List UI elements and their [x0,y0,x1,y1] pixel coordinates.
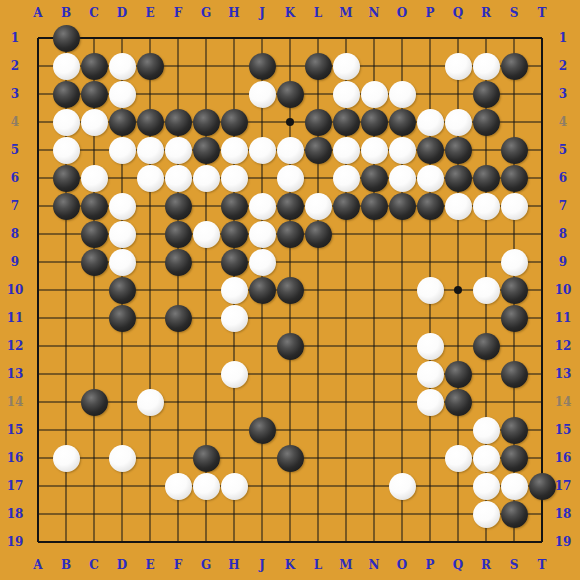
black-stone-D4[interactable] [109,109,136,136]
white-stone-P6[interactable] [417,165,444,192]
black-stone-G4[interactable] [193,109,220,136]
star-point [286,118,294,126]
white-stone-M2[interactable] [333,53,360,80]
black-stone-S18[interactable] [501,501,528,528]
left-row-label-17: 17 [1,477,29,495]
top-col-label-T: T [528,4,556,22]
right-row-label-18: 18 [549,505,577,523]
right-row-label-8: 8 [549,225,577,243]
black-stone-C7[interactable] [81,193,108,220]
left-row-label-6: 6 [1,169,29,187]
white-stone-M3[interactable] [333,81,360,108]
right-row-label-9: 9 [549,253,577,271]
black-stone-N6[interactable] [361,165,388,192]
right-row-label-7: 7 [549,197,577,215]
white-stone-B2[interactable] [53,53,80,80]
white-stone-N5[interactable] [361,137,388,164]
white-stone-D7[interactable] [109,193,136,220]
black-stone-P5[interactable] [417,137,444,164]
white-stone-H5[interactable] [221,137,248,164]
white-stone-S9[interactable] [501,249,528,276]
black-stone-H7[interactable] [221,193,248,220]
black-stone-R12[interactable] [473,333,500,360]
bottom-col-label-T: T [528,556,556,574]
black-stone-R6[interactable] [473,165,500,192]
top-col-label-E: E [136,4,164,22]
white-stone-H11[interactable] [221,305,248,332]
right-row-label-16: 16 [549,449,577,467]
top-col-label-F: F [164,4,192,22]
white-stone-E14[interactable] [137,389,164,416]
white-stone-D8[interactable] [109,221,136,248]
white-stone-B16[interactable] [53,445,80,472]
black-stone-C14[interactable] [81,389,108,416]
black-stone-D11[interactable] [109,305,136,332]
white-stone-C6[interactable] [81,165,108,192]
bottom-col-label-O: O [388,556,416,574]
black-stone-K7[interactable] [277,193,304,220]
right-row-label-6: 6 [549,169,577,187]
black-stone-M4[interactable] [333,109,360,136]
black-stone-E4[interactable] [137,109,164,136]
bottom-col-label-F: F [164,556,192,574]
bottom-col-label-H: H [220,556,248,574]
white-stone-J8[interactable] [249,221,276,248]
black-stone-L5[interactable] [305,137,332,164]
top-col-label-L: L [304,4,332,22]
black-stone-C9[interactable] [81,249,108,276]
white-stone-J3[interactable] [249,81,276,108]
black-stone-K12[interactable] [277,333,304,360]
white-stone-D16[interactable] [109,445,136,472]
left-row-label-7: 7 [1,197,29,215]
white-stone-M6[interactable] [333,165,360,192]
bottom-col-label-A: A [24,556,52,574]
white-stone-D5[interactable] [109,137,136,164]
white-stone-F6[interactable] [165,165,192,192]
white-stone-D2[interactable] [109,53,136,80]
black-stone-T17[interactable] [529,473,556,500]
white-stone-K6[interactable] [277,165,304,192]
black-stone-H4[interactable] [221,109,248,136]
top-col-label-N: N [360,4,388,22]
left-row-label-12: 12 [1,337,29,355]
right-row-label-11: 11 [549,309,577,327]
white-stone-R7[interactable] [473,193,500,220]
left-row-label-5: 5 [1,141,29,159]
black-stone-S10[interactable] [501,277,528,304]
go-board-screenshot: { "game": "go", "board": { "size": 19, "… [0,0,580,580]
white-stone-S7[interactable] [501,193,528,220]
black-stone-K10[interactable] [277,277,304,304]
right-row-label-10: 10 [549,281,577,299]
left-row-label-9: 9 [1,253,29,271]
white-stone-N3[interactable] [361,81,388,108]
white-stone-Q4[interactable] [445,109,472,136]
white-stone-J5[interactable] [249,137,276,164]
white-stone-E6[interactable] [137,165,164,192]
top-col-label-S: S [500,4,528,22]
white-stone-Q7[interactable] [445,193,472,220]
right-row-label-12: 12 [549,337,577,355]
bottom-col-label-M: M [332,556,360,574]
white-stone-Q16[interactable] [445,445,472,472]
white-stone-P14[interactable] [417,389,444,416]
black-stone-L2[interactable] [305,53,332,80]
bottom-col-label-J: J [248,556,276,574]
bottom-col-label-N: N [360,556,388,574]
left-row-label-1: 1 [1,29,29,47]
black-stone-N7[interactable] [361,193,388,220]
left-row-label-15: 15 [1,421,29,439]
white-stone-O6[interactable] [389,165,416,192]
black-stone-L4[interactable] [305,109,332,136]
black-stone-C3[interactable] [81,81,108,108]
right-row-label-2: 2 [549,57,577,75]
black-stone-S11[interactable] [501,305,528,332]
right-row-label-19: 19 [549,533,577,551]
black-stone-B6[interactable] [53,165,80,192]
white-stone-H10[interactable] [221,277,248,304]
bottom-col-label-K: K [276,556,304,574]
bottom-col-label-E: E [136,556,164,574]
right-row-label-15: 15 [549,421,577,439]
top-col-label-C: C [80,4,108,22]
left-row-label-4: 4 [1,113,29,131]
top-col-label-O: O [388,4,416,22]
black-stone-F8[interactable] [165,221,192,248]
white-stone-D3[interactable] [109,81,136,108]
bottom-col-label-B: B [52,556,80,574]
left-row-label-3: 3 [1,85,29,103]
white-stone-S17[interactable] [501,473,528,500]
black-stone-J10[interactable] [249,277,276,304]
black-stone-K16[interactable] [277,445,304,472]
white-stone-Q2[interactable] [445,53,472,80]
black-stone-S13[interactable] [501,361,528,388]
black-stone-B1[interactable] [53,25,80,52]
left-row-label-10: 10 [1,281,29,299]
left-row-label-2: 2 [1,57,29,75]
black-stone-K8[interactable] [277,221,304,248]
white-stone-R16[interactable] [473,445,500,472]
top-col-label-P: P [416,4,444,22]
white-stone-L7[interactable] [305,193,332,220]
right-row-label-13: 13 [549,365,577,383]
bottom-col-label-C: C [80,556,108,574]
black-stone-R4[interactable] [473,109,500,136]
black-stone-O7[interactable] [389,193,416,220]
white-stone-H13[interactable] [221,361,248,388]
white-stone-H6[interactable] [221,165,248,192]
white-stone-P4[interactable] [417,109,444,136]
black-stone-F11[interactable] [165,305,192,332]
black-stone-F7[interactable] [165,193,192,220]
bottom-col-label-G: G [192,556,220,574]
white-stone-D9[interactable] [109,249,136,276]
black-stone-F4[interactable] [165,109,192,136]
black-stone-O4[interactable] [389,109,416,136]
black-stone-B3[interactable] [53,81,80,108]
black-stone-G16[interactable] [193,445,220,472]
star-point [454,286,462,294]
black-stone-H9[interactable] [221,249,248,276]
black-stone-J15[interactable] [249,417,276,444]
black-stone-S16[interactable] [501,445,528,472]
black-stone-Q6[interactable] [445,165,472,192]
white-stone-B5[interactable] [53,137,80,164]
black-stone-L8[interactable] [305,221,332,248]
black-stone-P7[interactable] [417,193,444,220]
top-col-label-D: D [108,4,136,22]
top-col-label-B: B [52,4,80,22]
left-row-label-18: 18 [1,505,29,523]
black-stone-K3[interactable] [277,81,304,108]
black-stone-Q13[interactable] [445,361,472,388]
left-row-label-16: 16 [1,449,29,467]
black-stone-S5[interactable] [501,137,528,164]
black-stone-N4[interactable] [361,109,388,136]
black-stone-C2[interactable] [81,53,108,80]
left-row-label-8: 8 [1,225,29,243]
white-stone-R10[interactable] [473,277,500,304]
white-stone-O3[interactable] [389,81,416,108]
black-stone-H8[interactable] [221,221,248,248]
white-stone-J7[interactable] [249,193,276,220]
white-stone-O17[interactable] [389,473,416,500]
white-stone-G8[interactable] [193,221,220,248]
bottom-col-label-S: S [500,556,528,574]
black-stone-S2[interactable] [501,53,528,80]
right-row-label-3: 3 [549,85,577,103]
white-stone-R15[interactable] [473,417,500,444]
left-row-label-19: 19 [1,533,29,551]
black-stone-M7[interactable] [333,193,360,220]
white-stone-F17[interactable] [165,473,192,500]
white-stone-R2[interactable] [473,53,500,80]
white-stone-E5[interactable] [137,137,164,164]
black-stone-Q14[interactable] [445,389,472,416]
top-col-label-H: H [220,4,248,22]
white-stone-P10[interactable] [417,277,444,304]
go-board[interactable]: AABBCCDDEEFFGGHHJJKKLLMMNNOOPPQQRRSSTT11… [0,0,580,580]
white-stone-H17[interactable] [221,473,248,500]
white-stone-K5[interactable] [277,137,304,164]
bottom-col-label-L: L [304,556,332,574]
bottom-col-label-Q: Q [444,556,472,574]
top-col-label-Q: Q [444,4,472,22]
black-stone-F9[interactable] [165,249,192,276]
right-row-label-5: 5 [549,141,577,159]
black-stone-Q5[interactable] [445,137,472,164]
top-col-label-G: G [192,4,220,22]
white-stone-C4[interactable] [81,109,108,136]
black-stone-R3[interactable] [473,81,500,108]
left-row-label-14: 14 [1,393,29,411]
top-col-label-A: A [24,4,52,22]
white-stone-B4[interactable] [53,109,80,136]
bottom-col-label-P: P [416,556,444,574]
white-stone-R18[interactable] [473,501,500,528]
white-stone-O5[interactable] [389,137,416,164]
white-stone-G17[interactable] [193,473,220,500]
black-stone-S15[interactable] [501,417,528,444]
black-stone-B7[interactable] [53,193,80,220]
black-stone-E2[interactable] [137,53,164,80]
bottom-col-label-R: R [472,556,500,574]
top-col-label-J: J [248,4,276,22]
white-stone-P13[interactable] [417,361,444,388]
white-stone-G6[interactable] [193,165,220,192]
top-col-label-R: R [472,4,500,22]
white-stone-J9[interactable] [249,249,276,276]
black-stone-J2[interactable] [249,53,276,80]
black-stone-D10[interactable] [109,277,136,304]
black-stone-S6[interactable] [501,165,528,192]
top-col-label-K: K [276,4,304,22]
black-stone-C8[interactable] [81,221,108,248]
white-stone-R17[interactable] [473,473,500,500]
white-stone-M5[interactable] [333,137,360,164]
right-row-label-14: 14 [549,393,577,411]
right-row-label-1: 1 [549,29,577,47]
white-stone-F5[interactable] [165,137,192,164]
top-col-label-M: M [332,4,360,22]
right-row-label-4: 4 [549,113,577,131]
left-row-label-11: 11 [1,309,29,327]
left-row-label-13: 13 [1,365,29,383]
white-stone-P12[interactable] [417,333,444,360]
bottom-col-label-D: D [108,556,136,574]
black-stone-G5[interactable] [193,137,220,164]
